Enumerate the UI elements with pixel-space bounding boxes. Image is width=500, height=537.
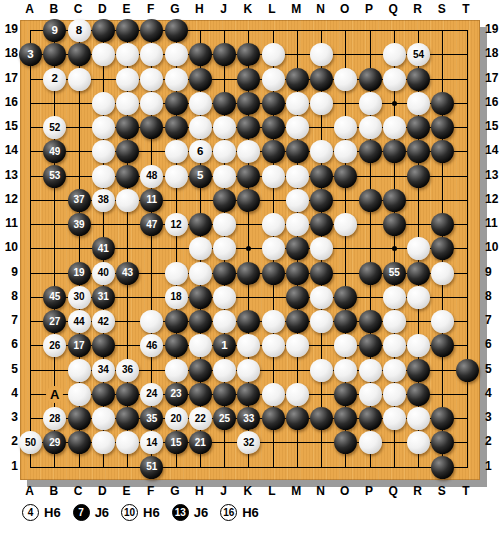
stone-P6	[359, 334, 382, 357]
stone-D16	[92, 92, 115, 115]
stone-O8	[334, 286, 357, 309]
row-label-left-4: 4	[1, 387, 18, 400]
stone-number: 8	[76, 25, 82, 37]
row-label-right-11: 11	[485, 217, 500, 230]
stone-C18	[68, 43, 91, 66]
stone-R16	[407, 92, 430, 115]
stone-C5	[68, 359, 91, 382]
row-label-right-4: 4	[485, 387, 500, 400]
stone-C7: 44	[68, 310, 91, 333]
stone-O2	[334, 431, 357, 454]
stone-K13	[237, 165, 260, 188]
column-label-bottom-G: G	[165, 485, 185, 498]
column-label-bottom-N: N	[311, 485, 331, 498]
stone-number: 55	[389, 268, 400, 278]
stone-G17	[165, 68, 188, 91]
stone-O11	[334, 213, 357, 236]
stone-C12: 37	[68, 189, 91, 212]
stone-D2	[92, 431, 115, 454]
stone-J3: 25	[213, 407, 236, 430]
stone-O14	[334, 140, 357, 163]
stone-number: 29	[49, 438, 60, 448]
stone-P2	[359, 431, 382, 454]
stone-J9	[213, 262, 236, 285]
stone-E5: 36	[116, 359, 139, 382]
stone-number: 44	[73, 317, 84, 327]
stone-O5	[334, 359, 357, 382]
stone-K5	[237, 359, 260, 382]
row-label-right-2: 2	[485, 435, 500, 448]
caption-move-number-7: 7	[73, 504, 90, 521]
column-label-top-F: F	[141, 3, 161, 16]
stone-number: 12	[170, 220, 181, 230]
stone-J11	[213, 213, 236, 236]
stone-P16	[359, 92, 382, 115]
stone-number: 49	[49, 147, 60, 157]
stone-F3: 35	[140, 407, 163, 430]
stone-number: 19	[73, 268, 84, 278]
stone-N7	[310, 310, 333, 333]
stone-D18	[92, 43, 115, 66]
column-label-top-C: C	[68, 3, 88, 16]
stone-H17	[189, 68, 212, 91]
row-label-left-17: 17	[1, 72, 18, 85]
stone-number: 17	[73, 341, 84, 351]
column-label-bottom-J: J	[214, 485, 234, 498]
caption-move-number-16: 16	[220, 504, 237, 521]
stone-F17	[140, 68, 163, 91]
column-label-bottom-S: S	[432, 485, 452, 498]
stone-B6: 26	[43, 334, 66, 357]
stone-C19: 8	[68, 19, 91, 42]
row-label-right-5: 5	[485, 363, 500, 376]
stone-M14	[286, 140, 309, 163]
stone-Q18	[383, 43, 406, 66]
stone-number: 48	[146, 171, 157, 181]
stone-D8: 31	[92, 286, 115, 309]
stone-D9: 40	[92, 262, 115, 285]
stone-F1: 51	[140, 456, 163, 479]
stone-E2	[116, 431, 139, 454]
row-label-left-5: 5	[1, 363, 18, 376]
stone-E12	[116, 189, 139, 212]
stone-M9	[286, 262, 309, 285]
stone-D7: 42	[92, 310, 115, 333]
row-label-right-7: 7	[485, 314, 500, 327]
stone-Q12	[383, 189, 406, 212]
stone-M11	[286, 213, 309, 236]
stone-G9	[165, 262, 188, 285]
row-label-right-16: 16	[485, 96, 500, 109]
stone-number: 3	[27, 49, 33, 61]
stone-number: 15	[170, 438, 181, 448]
go-board[interactable]: 9835425249653485373811394712411940435545…	[20, 20, 480, 480]
stone-M7	[286, 310, 309, 333]
stone-G13	[165, 165, 188, 188]
column-label-bottom-P: P	[359, 485, 379, 498]
stone-number: 54	[413, 50, 424, 60]
stone-S6	[431, 334, 454, 357]
stone-number: 5	[197, 170, 203, 182]
stone-O7	[334, 310, 357, 333]
stone-A18: 3	[19, 43, 42, 66]
stone-number: 30	[73, 292, 84, 302]
stone-H9	[189, 262, 212, 285]
stone-number: 33	[243, 414, 254, 424]
stone-S11	[431, 213, 454, 236]
stone-J10	[213, 237, 236, 260]
stone-number: 37	[73, 195, 84, 205]
stone-number: 11	[146, 195, 157, 205]
stone-G4: 23	[165, 383, 188, 406]
stone-L4	[262, 383, 285, 406]
stone-R2	[407, 431, 430, 454]
stone-R17	[407, 68, 430, 91]
stone-P15	[359, 116, 382, 139]
stone-number: 14	[146, 438, 157, 448]
stone-F2: 14	[140, 431, 163, 454]
stone-R9	[407, 262, 430, 285]
stone-Q7	[383, 310, 406, 333]
stone-N14	[310, 140, 333, 163]
column-label-top-T: T	[456, 3, 476, 16]
stone-J12	[213, 189, 236, 212]
stone-S7	[431, 310, 454, 333]
stone-J7	[213, 310, 236, 333]
stone-N9	[310, 262, 333, 285]
column-label-top-D: D	[92, 3, 112, 16]
caption-move-point: J6	[95, 505, 109, 520]
stone-number: 18	[170, 292, 181, 302]
stone-H3: 22	[189, 407, 212, 430]
stone-O6	[334, 334, 357, 357]
column-label-top-J: J	[214, 3, 234, 16]
stone-K4	[237, 383, 260, 406]
stone-F4: 24	[140, 383, 163, 406]
stone-H2: 21	[189, 431, 212, 454]
stone-B2: 29	[43, 431, 66, 454]
stone-number: 1	[221, 340, 227, 352]
stone-N8	[310, 286, 333, 309]
column-label-top-M: M	[286, 3, 306, 16]
stone-N13	[310, 165, 333, 188]
stone-L16	[262, 92, 285, 115]
stone-H14: 6	[189, 140, 212, 163]
column-label-top-K: K	[238, 3, 258, 16]
stone-S10	[431, 237, 454, 260]
row-label-left-15: 15	[1, 120, 18, 133]
stone-T5	[456, 359, 479, 382]
column-label-bottom-D: D	[92, 485, 112, 498]
stone-B18	[43, 43, 66, 66]
stone-R4	[407, 383, 430, 406]
stone-number: 26	[49, 341, 60, 351]
row-label-right-14: 14	[485, 144, 500, 157]
column-label-bottom-A: A	[20, 485, 40, 498]
stone-K3: 33	[237, 407, 260, 430]
caption-move-number-13: 13	[172, 504, 189, 521]
column-label-top-E: E	[117, 3, 137, 16]
stone-F15	[140, 116, 163, 139]
stone-M17	[286, 68, 309, 91]
row-label-right-10: 10	[485, 241, 500, 254]
stone-H15	[189, 116, 212, 139]
stone-S1	[431, 456, 454, 479]
stone-number: 47	[146, 220, 157, 230]
stone-J13	[213, 165, 236, 188]
column-label-bottom-T: T	[456, 485, 476, 498]
stone-P9	[359, 262, 382, 285]
stone-P12	[359, 189, 382, 212]
stone-C17	[68, 68, 91, 91]
row-label-left-18: 18	[1, 47, 18, 60]
stone-Q5	[383, 359, 406, 382]
column-label-bottom-C: C	[68, 485, 88, 498]
row-label-left-1: 1	[1, 460, 18, 473]
stone-E15	[116, 116, 139, 139]
stone-F13: 48	[140, 165, 163, 188]
stone-number: 42	[98, 317, 109, 327]
caption-move-point: J6	[194, 505, 208, 520]
caption-move-number-10: 10	[121, 504, 138, 521]
column-label-top-H: H	[189, 3, 209, 16]
row-label-right-12: 12	[485, 193, 500, 206]
stone-E16	[116, 92, 139, 115]
stone-N5	[310, 359, 333, 382]
stone-L3	[262, 407, 285, 430]
stone-K17	[237, 68, 260, 91]
column-label-bottom-L: L	[262, 485, 282, 498]
stone-B3: 28	[43, 407, 66, 430]
stone-P5	[359, 359, 382, 382]
caption-move-13: 13J6	[172, 504, 208, 521]
stone-D12: 38	[92, 189, 115, 212]
stone-K18	[237, 43, 260, 66]
stone-P7	[359, 310, 382, 333]
stone-N10	[310, 237, 333, 260]
stone-G6	[165, 334, 188, 357]
stone-R18: 54	[407, 43, 430, 66]
stone-K7	[237, 310, 260, 333]
row-label-left-16: 16	[1, 96, 18, 109]
stone-D15	[92, 116, 115, 139]
stone-F16	[140, 92, 163, 115]
caption-move-number-4: 4	[22, 504, 39, 521]
stone-F6: 46	[140, 334, 163, 357]
row-label-left-7: 7	[1, 314, 18, 327]
stone-Q8	[383, 286, 406, 309]
stone-K2: 32	[237, 431, 260, 454]
stone-number: 20	[170, 414, 181, 424]
stone-S16	[431, 92, 454, 115]
stone-number: 39	[73, 220, 84, 230]
column-label-bottom-H: H	[189, 485, 209, 498]
stone-P17	[359, 68, 382, 91]
caption-move-10: 10H6	[121, 504, 160, 521]
stone-D5: 34	[92, 359, 115, 382]
stone-number: 22	[195, 414, 206, 424]
row-label-left-14: 14	[1, 144, 18, 157]
stone-G14	[165, 140, 188, 163]
stone-B8: 45	[43, 286, 66, 309]
stone-J6: 1	[213, 334, 236, 357]
point-marker-B4: A	[46, 386, 63, 403]
stone-C3	[68, 407, 91, 430]
stone-J5	[213, 359, 236, 382]
stone-R5	[407, 359, 430, 382]
stone-H4	[189, 383, 212, 406]
stone-number: 36	[122, 365, 133, 375]
caption-move-7: 7J6	[73, 504, 109, 521]
stone-H7	[189, 310, 212, 333]
ko-moves-caption: 4H67J610H613J616H6	[22, 502, 259, 522]
stone-Q11	[383, 213, 406, 236]
stone-N18	[310, 43, 333, 66]
stone-P3	[359, 407, 382, 430]
stone-K6	[237, 334, 260, 357]
caption-move-point: H6	[44, 505, 61, 520]
row-label-right-1: 1	[485, 460, 500, 473]
stone-R13	[407, 165, 430, 188]
stone-D13	[92, 165, 115, 188]
stone-N16	[310, 92, 333, 115]
hoshi-dot-Q16	[392, 101, 397, 106]
stone-R3	[407, 407, 430, 430]
column-label-top-G: G	[165, 3, 185, 16]
row-label-left-9: 9	[1, 266, 18, 279]
stone-S9	[431, 262, 454, 285]
stone-number: 53	[49, 171, 60, 181]
stone-M10	[286, 237, 309, 260]
stone-B15: 52	[43, 116, 66, 139]
stone-number: 23	[170, 389, 181, 399]
stone-number: 50	[25, 438, 36, 448]
stone-S15	[431, 116, 454, 139]
stone-O3	[334, 407, 357, 430]
stone-K12	[237, 189, 260, 212]
stone-Q14	[383, 140, 406, 163]
stone-number: 2	[52, 73, 58, 85]
stone-E3	[116, 407, 139, 430]
stone-number: 25	[219, 414, 230, 424]
stone-J4	[213, 383, 236, 406]
stone-C2	[68, 431, 91, 454]
row-label-left-12: 12	[1, 193, 18, 206]
caption-move-16: 16H6	[220, 504, 259, 521]
stone-G7	[165, 310, 188, 333]
stone-Q4	[383, 383, 406, 406]
column-label-top-N: N	[311, 3, 331, 16]
stone-F11: 47	[140, 213, 163, 236]
stone-M12	[286, 189, 309, 212]
stone-H10	[189, 237, 212, 260]
stone-number: 35	[146, 414, 157, 424]
stone-D10: 41	[92, 237, 115, 260]
stone-H13: 5	[189, 165, 212, 188]
stone-G18	[165, 43, 188, 66]
row-label-right-3: 3	[485, 411, 500, 424]
row-label-left-6: 6	[1, 338, 18, 351]
stone-J15	[213, 116, 236, 139]
stone-D6	[92, 334, 115, 357]
stone-B14: 49	[43, 140, 66, 163]
stone-D14	[92, 140, 115, 163]
stone-H16	[189, 92, 212, 115]
stone-number: 52	[49, 123, 60, 133]
hoshi-dot-K10	[246, 246, 251, 251]
stone-L11	[262, 213, 285, 236]
column-label-top-L: L	[262, 3, 282, 16]
stone-L15	[262, 116, 285, 139]
stone-number: 9	[52, 25, 58, 37]
stone-G16	[165, 92, 188, 115]
row-label-right-13: 13	[485, 169, 500, 182]
stone-F7	[140, 310, 163, 333]
stone-E13	[116, 165, 139, 188]
stone-number: 41	[98, 244, 109, 254]
row-label-right-9: 9	[485, 266, 500, 279]
stone-F18	[140, 43, 163, 66]
row-label-right-15: 15	[485, 120, 500, 133]
stone-C6: 17	[68, 334, 91, 357]
stone-H8	[189, 286, 212, 309]
stone-Q17	[383, 68, 406, 91]
stone-H6	[189, 334, 212, 357]
column-label-bottom-M: M	[286, 485, 306, 498]
stone-K14	[237, 140, 260, 163]
stone-Q15	[383, 116, 406, 139]
stone-B13: 53	[43, 165, 66, 188]
stone-number: 32	[243, 438, 254, 448]
stone-G11: 12	[165, 213, 188, 236]
stone-G3: 20	[165, 407, 188, 430]
stone-J14	[213, 140, 236, 163]
stone-M16	[286, 92, 309, 115]
row-label-right-17: 17	[485, 72, 500, 85]
stone-number: 31	[98, 292, 109, 302]
stone-M13	[286, 165, 309, 188]
stone-number: 28	[49, 414, 60, 424]
stone-L6	[262, 334, 285, 357]
stone-J8	[213, 286, 236, 309]
stone-K16	[237, 92, 260, 115]
stone-M3	[286, 407, 309, 430]
stone-N17	[310, 68, 333, 91]
row-label-left-3: 3	[1, 411, 18, 424]
column-label-top-S: S	[432, 3, 452, 16]
stone-number: 34	[98, 365, 109, 375]
column-label-top-B: B	[44, 3, 64, 16]
stone-L18	[262, 43, 285, 66]
stone-L7	[262, 310, 285, 333]
stone-number: 43	[122, 268, 133, 278]
caption-move-point: H6	[143, 505, 160, 520]
stone-E17	[116, 68, 139, 91]
stone-P14	[359, 140, 382, 163]
stone-M4	[286, 383, 309, 406]
stone-R14	[407, 140, 430, 163]
stone-C8: 30	[68, 286, 91, 309]
row-label-left-13: 13	[1, 169, 18, 182]
stone-number: 21	[195, 438, 206, 448]
stone-H11	[189, 213, 212, 236]
stone-O4	[334, 383, 357, 406]
stone-K15	[237, 116, 260, 139]
stone-L13	[262, 165, 285, 188]
stone-C9: 19	[68, 262, 91, 285]
stone-M8	[286, 286, 309, 309]
stone-M15	[286, 116, 309, 139]
